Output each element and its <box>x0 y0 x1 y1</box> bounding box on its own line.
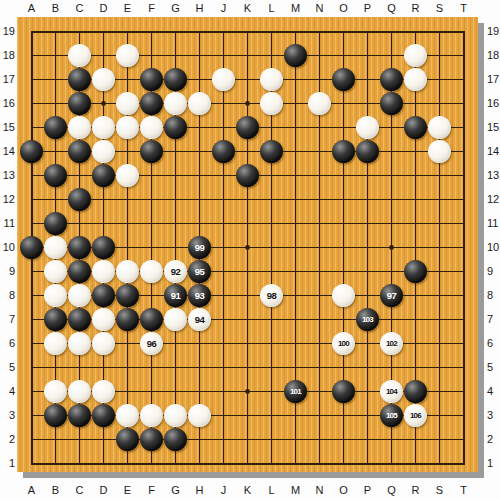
intersection-L15[interactable] <box>260 116 284 140</box>
intersection-E14[interactable] <box>116 140 140 164</box>
intersection-O1[interactable] <box>332 452 356 476</box>
intersection-R10[interactable] <box>404 236 428 260</box>
intersection-Q14[interactable] <box>380 140 404 164</box>
intersection-P10[interactable] <box>356 236 380 260</box>
intersection-P9[interactable] <box>356 260 380 284</box>
intersection-D19[interactable] <box>92 20 116 44</box>
intersection-L19[interactable] <box>260 20 284 44</box>
intersection-C14[interactable] <box>68 140 92 164</box>
intersection-B6[interactable] <box>44 332 68 356</box>
intersection-K12[interactable] <box>236 188 260 212</box>
intersection-L4[interactable] <box>260 380 284 404</box>
intersection-C19[interactable] <box>68 20 92 44</box>
intersection-P6[interactable] <box>356 332 380 356</box>
intersection-S7[interactable] <box>428 308 452 332</box>
intersection-H7[interactable]: 94 <box>188 308 212 332</box>
intersection-O16[interactable] <box>332 92 356 116</box>
intersection-R15[interactable] <box>404 116 428 140</box>
intersection-L12[interactable] <box>260 188 284 212</box>
intersection-K1[interactable] <box>236 452 260 476</box>
intersection-Q2[interactable] <box>380 428 404 452</box>
intersection-A6[interactable] <box>20 332 44 356</box>
intersection-N1[interactable] <box>308 452 332 476</box>
intersection-O10[interactable] <box>332 236 356 260</box>
intersection-O9[interactable] <box>332 260 356 284</box>
intersection-B19[interactable] <box>44 20 68 44</box>
intersection-N3[interactable] <box>308 404 332 428</box>
intersection-L7[interactable] <box>260 308 284 332</box>
intersection-O15[interactable] <box>332 116 356 140</box>
intersection-H10[interactable]: 99 <box>188 236 212 260</box>
intersection-Q9[interactable] <box>380 260 404 284</box>
intersection-E12[interactable] <box>116 188 140 212</box>
intersection-R3[interactable]: 106 <box>404 404 428 428</box>
intersection-J18[interactable] <box>212 44 236 68</box>
intersection-G7[interactable] <box>164 308 188 332</box>
intersection-K19[interactable] <box>236 20 260 44</box>
intersection-A4[interactable] <box>20 380 44 404</box>
intersection-D6[interactable] <box>92 332 116 356</box>
intersection-B3[interactable] <box>44 404 68 428</box>
intersection-F12[interactable] <box>140 188 164 212</box>
intersection-D10[interactable] <box>92 236 116 260</box>
intersection-O13[interactable] <box>332 164 356 188</box>
intersection-A2[interactable] <box>20 428 44 452</box>
intersection-G1[interactable] <box>164 452 188 476</box>
intersection-R9[interactable] <box>404 260 428 284</box>
intersection-L18[interactable] <box>260 44 284 68</box>
intersection-P11[interactable] <box>356 212 380 236</box>
intersection-Q12[interactable] <box>380 188 404 212</box>
intersection-A5[interactable] <box>20 356 44 380</box>
intersection-O11[interactable] <box>332 212 356 236</box>
intersection-J14[interactable] <box>212 140 236 164</box>
intersection-N16[interactable] <box>308 92 332 116</box>
intersection-N5[interactable] <box>308 356 332 380</box>
intersection-M7[interactable] <box>284 308 308 332</box>
intersection-B9[interactable] <box>44 260 68 284</box>
intersection-P7[interactable]: 103 <box>356 308 380 332</box>
intersection-L3[interactable] <box>260 404 284 428</box>
intersection-K8[interactable] <box>236 284 260 308</box>
intersection-D17[interactable] <box>92 68 116 92</box>
intersection-P12[interactable] <box>356 188 380 212</box>
intersection-R18[interactable] <box>404 44 428 68</box>
intersection-H4[interactable] <box>188 380 212 404</box>
intersection-K18[interactable] <box>236 44 260 68</box>
intersection-Q4[interactable]: 104 <box>380 380 404 404</box>
intersection-E13[interactable] <box>116 164 140 188</box>
intersection-L17[interactable] <box>260 68 284 92</box>
intersection-L8[interactable]: 98 <box>260 284 284 308</box>
intersection-P3[interactable] <box>356 404 380 428</box>
intersection-Q19[interactable] <box>380 20 404 44</box>
intersection-P14[interactable] <box>356 140 380 164</box>
intersection-F2[interactable] <box>140 428 164 452</box>
intersection-R8[interactable] <box>404 284 428 308</box>
intersection-N9[interactable] <box>308 260 332 284</box>
intersection-K9[interactable] <box>236 260 260 284</box>
intersection-K16[interactable] <box>236 92 260 116</box>
intersection-C2[interactable] <box>68 428 92 452</box>
intersection-L10[interactable] <box>260 236 284 260</box>
intersection-M5[interactable] <box>284 356 308 380</box>
intersection-B18[interactable] <box>44 44 68 68</box>
intersection-E1[interactable] <box>116 452 140 476</box>
intersection-P19[interactable] <box>356 20 380 44</box>
intersection-N2[interactable] <box>308 428 332 452</box>
intersection-Q11[interactable] <box>380 212 404 236</box>
intersection-G17[interactable] <box>164 68 188 92</box>
intersection-Q3[interactable]: 105 <box>380 404 404 428</box>
intersection-N17[interactable] <box>308 68 332 92</box>
intersection-G2[interactable] <box>164 428 188 452</box>
intersection-J11[interactable] <box>212 212 236 236</box>
intersection-S15[interactable] <box>428 116 452 140</box>
intersection-R4[interactable] <box>404 380 428 404</box>
intersection-R6[interactable] <box>404 332 428 356</box>
intersection-A18[interactable] <box>20 44 44 68</box>
intersection-B1[interactable] <box>44 452 68 476</box>
intersection-L9[interactable] <box>260 260 284 284</box>
intersection-B10[interactable] <box>44 236 68 260</box>
intersection-K2[interactable] <box>236 428 260 452</box>
intersection-N14[interactable] <box>308 140 332 164</box>
intersection-H1[interactable] <box>188 452 212 476</box>
intersection-R1[interactable] <box>404 452 428 476</box>
intersection-J12[interactable] <box>212 188 236 212</box>
intersection-H3[interactable] <box>188 404 212 428</box>
intersection-L6[interactable] <box>260 332 284 356</box>
intersection-M19[interactable] <box>284 20 308 44</box>
intersection-H16[interactable] <box>188 92 212 116</box>
intersection-O12[interactable] <box>332 188 356 212</box>
intersection-R19[interactable] <box>404 20 428 44</box>
intersection-H18[interactable] <box>188 44 212 68</box>
intersection-E15[interactable] <box>116 116 140 140</box>
intersection-M3[interactable] <box>284 404 308 428</box>
intersection-S19[interactable] <box>428 20 452 44</box>
intersection-D5[interactable] <box>92 356 116 380</box>
intersection-T8[interactable] <box>452 284 476 308</box>
intersection-E5[interactable] <box>116 356 140 380</box>
intersection-H8[interactable]: 93 <box>188 284 212 308</box>
intersection-A16[interactable] <box>20 92 44 116</box>
intersection-L14[interactable] <box>260 140 284 164</box>
intersection-G6[interactable] <box>164 332 188 356</box>
intersection-G10[interactable] <box>164 236 188 260</box>
intersection-T1[interactable] <box>452 452 476 476</box>
intersection-R12[interactable] <box>404 188 428 212</box>
intersection-P18[interactable] <box>356 44 380 68</box>
intersection-D11[interactable] <box>92 212 116 236</box>
intersection-C8[interactable] <box>68 284 92 308</box>
intersection-M8[interactable] <box>284 284 308 308</box>
intersection-K11[interactable] <box>236 212 260 236</box>
intersection-O19[interactable] <box>332 20 356 44</box>
intersection-Q18[interactable] <box>380 44 404 68</box>
intersection-S9[interactable] <box>428 260 452 284</box>
intersection-E8[interactable] <box>116 284 140 308</box>
intersection-A3[interactable] <box>20 404 44 428</box>
intersection-G12[interactable] <box>164 188 188 212</box>
intersection-H13[interactable] <box>188 164 212 188</box>
intersection-M12[interactable] <box>284 188 308 212</box>
intersection-J1[interactable] <box>212 452 236 476</box>
intersection-P13[interactable] <box>356 164 380 188</box>
intersection-G15[interactable] <box>164 116 188 140</box>
intersection-B13[interactable] <box>44 164 68 188</box>
intersection-M16[interactable] <box>284 92 308 116</box>
intersection-Q1[interactable] <box>380 452 404 476</box>
intersection-C12[interactable] <box>68 188 92 212</box>
intersection-F10[interactable] <box>140 236 164 260</box>
intersection-E10[interactable] <box>116 236 140 260</box>
intersection-P5[interactable] <box>356 356 380 380</box>
intersection-G9[interactable]: 92 <box>164 260 188 284</box>
intersection-O5[interactable] <box>332 356 356 380</box>
intersection-R11[interactable] <box>404 212 428 236</box>
intersection-E19[interactable] <box>116 20 140 44</box>
intersection-M15[interactable] <box>284 116 308 140</box>
intersection-T12[interactable] <box>452 188 476 212</box>
intersection-T2[interactable] <box>452 428 476 452</box>
intersection-C9[interactable] <box>68 260 92 284</box>
intersection-G13[interactable] <box>164 164 188 188</box>
intersection-N19[interactable] <box>308 20 332 44</box>
intersection-F15[interactable] <box>140 116 164 140</box>
intersection-T16[interactable] <box>452 92 476 116</box>
intersection-E2[interactable] <box>116 428 140 452</box>
intersection-M6[interactable] <box>284 332 308 356</box>
intersection-R7[interactable] <box>404 308 428 332</box>
intersection-C6[interactable] <box>68 332 92 356</box>
intersection-D8[interactable] <box>92 284 116 308</box>
intersection-S13[interactable] <box>428 164 452 188</box>
intersection-L13[interactable] <box>260 164 284 188</box>
intersection-R13[interactable] <box>404 164 428 188</box>
intersection-S17[interactable] <box>428 68 452 92</box>
intersection-K14[interactable] <box>236 140 260 164</box>
intersection-Q7[interactable] <box>380 308 404 332</box>
intersection-N13[interactable] <box>308 164 332 188</box>
intersection-C4[interactable] <box>68 380 92 404</box>
intersection-E18[interactable] <box>116 44 140 68</box>
intersection-F19[interactable] <box>140 20 164 44</box>
intersection-C18[interactable] <box>68 44 92 68</box>
intersection-H5[interactable] <box>188 356 212 380</box>
intersection-J6[interactable] <box>212 332 236 356</box>
intersection-N15[interactable] <box>308 116 332 140</box>
intersection-D9[interactable] <box>92 260 116 284</box>
intersection-K13[interactable] <box>236 164 260 188</box>
intersection-S6[interactable] <box>428 332 452 356</box>
intersection-O17[interactable] <box>332 68 356 92</box>
intersection-N11[interactable] <box>308 212 332 236</box>
intersection-A7[interactable] <box>20 308 44 332</box>
intersection-F17[interactable] <box>140 68 164 92</box>
intersection-G19[interactable] <box>164 20 188 44</box>
intersection-M13[interactable] <box>284 164 308 188</box>
intersection-C1[interactable] <box>68 452 92 476</box>
intersection-P17[interactable] <box>356 68 380 92</box>
intersection-B12[interactable] <box>44 188 68 212</box>
intersection-G14[interactable] <box>164 140 188 164</box>
intersection-T19[interactable] <box>452 20 476 44</box>
intersection-Q17[interactable] <box>380 68 404 92</box>
intersection-G3[interactable] <box>164 404 188 428</box>
intersection-L5[interactable] <box>260 356 284 380</box>
intersection-F18[interactable] <box>140 44 164 68</box>
intersection-L11[interactable] <box>260 212 284 236</box>
intersection-Q5[interactable] <box>380 356 404 380</box>
intersection-E17[interactable] <box>116 68 140 92</box>
intersection-J10[interactable] <box>212 236 236 260</box>
intersection-A10[interactable] <box>20 236 44 260</box>
intersection-B11[interactable] <box>44 212 68 236</box>
intersection-D7[interactable] <box>92 308 116 332</box>
intersection-S12[interactable] <box>428 188 452 212</box>
intersection-T14[interactable] <box>452 140 476 164</box>
intersection-A15[interactable] <box>20 116 44 140</box>
intersection-M14[interactable] <box>284 140 308 164</box>
intersection-B4[interactable] <box>44 380 68 404</box>
intersection-P2[interactable] <box>356 428 380 452</box>
intersection-D13[interactable] <box>92 164 116 188</box>
intersection-B15[interactable] <box>44 116 68 140</box>
intersection-Q13[interactable] <box>380 164 404 188</box>
intersection-N4[interactable] <box>308 380 332 404</box>
intersection-B17[interactable] <box>44 68 68 92</box>
intersection-H14[interactable] <box>188 140 212 164</box>
intersection-A13[interactable] <box>20 164 44 188</box>
intersection-D3[interactable] <box>92 404 116 428</box>
intersection-R17[interactable] <box>404 68 428 92</box>
intersection-J5[interactable] <box>212 356 236 380</box>
intersection-J13[interactable] <box>212 164 236 188</box>
intersection-O8[interactable] <box>332 284 356 308</box>
intersection-D18[interactable] <box>92 44 116 68</box>
intersection-O2[interactable] <box>332 428 356 452</box>
intersection-S5[interactable] <box>428 356 452 380</box>
intersection-S16[interactable] <box>428 92 452 116</box>
intersection-F11[interactable] <box>140 212 164 236</box>
intersection-L2[interactable] <box>260 428 284 452</box>
intersection-Q10[interactable] <box>380 236 404 260</box>
intersection-H15[interactable] <box>188 116 212 140</box>
intersection-D1[interactable] <box>92 452 116 476</box>
intersection-D15[interactable] <box>92 116 116 140</box>
intersection-J17[interactable] <box>212 68 236 92</box>
intersection-H17[interactable] <box>188 68 212 92</box>
intersection-H19[interactable] <box>188 20 212 44</box>
intersection-N12[interactable] <box>308 188 332 212</box>
intersection-G5[interactable] <box>164 356 188 380</box>
intersection-D14[interactable] <box>92 140 116 164</box>
intersection-S4[interactable] <box>428 380 452 404</box>
intersection-N6[interactable] <box>308 332 332 356</box>
intersection-M10[interactable] <box>284 236 308 260</box>
intersection-Q6[interactable]: 102 <box>380 332 404 356</box>
intersection-O7[interactable] <box>332 308 356 332</box>
intersection-N7[interactable] <box>308 308 332 332</box>
intersection-F14[interactable] <box>140 140 164 164</box>
intersection-M1[interactable] <box>284 452 308 476</box>
intersection-K4[interactable] <box>236 380 260 404</box>
intersection-J4[interactable] <box>212 380 236 404</box>
intersection-D4[interactable] <box>92 380 116 404</box>
intersection-B7[interactable] <box>44 308 68 332</box>
intersection-T15[interactable] <box>452 116 476 140</box>
intersection-A8[interactable] <box>20 284 44 308</box>
intersection-M4[interactable]: 101 <box>284 380 308 404</box>
intersection-B2[interactable] <box>44 428 68 452</box>
intersection-S18[interactable] <box>428 44 452 68</box>
intersection-C3[interactable] <box>68 404 92 428</box>
intersection-R14[interactable] <box>404 140 428 164</box>
intersection-P15[interactable] <box>356 116 380 140</box>
intersection-A12[interactable] <box>20 188 44 212</box>
intersection-L1[interactable] <box>260 452 284 476</box>
intersection-F16[interactable] <box>140 92 164 116</box>
intersection-F9[interactable] <box>140 260 164 284</box>
intersection-P4[interactable] <box>356 380 380 404</box>
intersection-F5[interactable] <box>140 356 164 380</box>
intersection-E7[interactable] <box>116 308 140 332</box>
intersection-F3[interactable] <box>140 404 164 428</box>
intersection-J3[interactable] <box>212 404 236 428</box>
intersection-J16[interactable] <box>212 92 236 116</box>
intersection-J8[interactable] <box>212 284 236 308</box>
intersection-T3[interactable] <box>452 404 476 428</box>
intersection-H11[interactable] <box>188 212 212 236</box>
intersection-T10[interactable] <box>452 236 476 260</box>
intersection-A9[interactable] <box>20 260 44 284</box>
intersection-D2[interactable] <box>92 428 116 452</box>
intersection-S3[interactable] <box>428 404 452 428</box>
intersection-M9[interactable] <box>284 260 308 284</box>
intersection-P1[interactable] <box>356 452 380 476</box>
intersection-E6[interactable] <box>116 332 140 356</box>
intersection-S14[interactable] <box>428 140 452 164</box>
intersection-T9[interactable] <box>452 260 476 284</box>
intersection-O14[interactable] <box>332 140 356 164</box>
intersection-T13[interactable] <box>452 164 476 188</box>
intersection-K3[interactable] <box>236 404 260 428</box>
intersection-G11[interactable] <box>164 212 188 236</box>
intersection-K7[interactable] <box>236 308 260 332</box>
intersection-H12[interactable] <box>188 188 212 212</box>
intersection-J7[interactable] <box>212 308 236 332</box>
intersection-F1[interactable] <box>140 452 164 476</box>
intersection-T18[interactable] <box>452 44 476 68</box>
intersection-O6[interactable]: 100 <box>332 332 356 356</box>
intersection-M11[interactable] <box>284 212 308 236</box>
intersection-A14[interactable] <box>20 140 44 164</box>
intersection-C17[interactable] <box>68 68 92 92</box>
intersection-K15[interactable] <box>236 116 260 140</box>
intersection-B5[interactable] <box>44 356 68 380</box>
intersection-P8[interactable] <box>356 284 380 308</box>
intersection-J19[interactable] <box>212 20 236 44</box>
intersection-H2[interactable] <box>188 428 212 452</box>
intersection-T7[interactable] <box>452 308 476 332</box>
intersection-N8[interactable] <box>308 284 332 308</box>
intersection-F7[interactable] <box>140 308 164 332</box>
intersection-Q15[interactable] <box>380 116 404 140</box>
intersection-N10[interactable] <box>308 236 332 260</box>
intersection-A11[interactable] <box>20 212 44 236</box>
